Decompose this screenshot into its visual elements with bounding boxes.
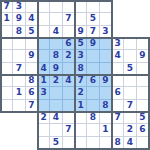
cell-r8c5[interactable]: [50, 87, 62, 99]
cell-r11c5[interactable]: [50, 124, 62, 136]
cell-r7c5-given: 2: [50, 75, 62, 87]
sudoku-board: 7319475854973659398234974985812476916326…: [0, 0, 150, 150]
cell-r4c10-given: 3: [112, 38, 124, 50]
box-line-horizontal: [0, 37, 150, 39]
cell-r11c7[interactable]: [75, 124, 87, 136]
cell-r5c8[interactable]: [87, 50, 99, 62]
cell-r10c10-given: 7: [112, 112, 124, 124]
cell-r11c11-given: 2: [124, 124, 136, 136]
cell-r4c5[interactable]: [50, 38, 62, 50]
empty-corner: [112, 1, 124, 13]
cell-r7c4-given: 1: [38, 75, 50, 87]
cell-r4c11[interactable]: [124, 38, 136, 50]
empty-corner: [112, 13, 124, 25]
cell-r8c8[interactable]: [87, 87, 99, 99]
empty-corner: [137, 1, 149, 13]
empty-corner: [124, 13, 136, 25]
cell-r4c1[interactable]: [1, 38, 13, 50]
cell-r5c11[interactable]: [124, 50, 136, 62]
cell-r11c4[interactable]: [38, 124, 50, 136]
empty-corner: [1, 112, 13, 124]
box-line-horizontal: [0, 111, 150, 113]
cell-r2c5[interactable]: [50, 13, 62, 25]
cell-r5c4[interactable]: [38, 50, 50, 62]
cell-r7c11[interactable]: [124, 75, 136, 87]
cell-r10c8-given: 8: [87, 112, 99, 124]
cell-r10c11[interactable]: [124, 112, 136, 124]
cell-r1c1-given: 7: [1, 1, 13, 13]
box-line-vertical: [0, 0, 2, 113]
cell-r7c10[interactable]: [112, 75, 124, 87]
cell-r2c7[interactable]: [75, 13, 87, 25]
cell-r5c2[interactable]: [13, 50, 25, 62]
empty-corner: [137, 13, 149, 25]
cell-r2c8-given: 5: [87, 13, 99, 25]
cell-r5c10-given: 4: [112, 50, 124, 62]
cell-r8c1[interactable]: [1, 87, 13, 99]
cell-r1c7[interactable]: [75, 1, 87, 13]
cell-r1c4[interactable]: [38, 1, 50, 13]
cell-r8c11[interactable]: [124, 87, 136, 99]
cell-r4c2[interactable]: [13, 38, 25, 50]
empty-corner: [1, 137, 13, 149]
empty-corner: [13, 137, 25, 149]
cell-r4c4[interactable]: [38, 38, 50, 50]
cell-r2c2-given: 9: [13, 13, 25, 25]
cell-r8c4-given: 3: [38, 87, 50, 99]
cell-r10c7[interactable]: [75, 112, 87, 124]
cell-r8c10-given: 6: [112, 87, 124, 99]
cell-r4c7-given: 5: [75, 38, 87, 50]
cell-r10c4-given: 2: [38, 112, 50, 124]
empty-corner: [13, 112, 25, 124]
box-line-horizontal: [0, 74, 150, 76]
cell-r2c1-given: 1: [1, 13, 13, 25]
cell-r1c2-given: 3: [13, 1, 25, 13]
empty-corner: [1, 124, 13, 136]
cell-r4c8-given: 9: [87, 38, 99, 50]
cell-r7c2[interactable]: [13, 75, 25, 87]
empty-corner: [124, 1, 136, 13]
cell-r7c7-given: 7: [75, 75, 87, 87]
cell-r1c8[interactable]: [87, 1, 99, 13]
cell-r7c8-given: 6: [87, 75, 99, 87]
cell-r1c5[interactable]: [50, 1, 62, 13]
cell-r11c8[interactable]: [87, 124, 99, 136]
cell-r2c4[interactable]: [38, 13, 50, 25]
cell-r5c1[interactable]: [1, 50, 13, 62]
cell-r5c5-given: 8: [50, 50, 62, 62]
cell-r5c7-given: 3: [75, 50, 87, 62]
cell-r8c2-given: 1: [13, 87, 25, 99]
box-line-horizontal: [0, 0, 113, 2]
box-line-horizontal: [37, 148, 150, 150]
cell-r7c1[interactable]: [1, 75, 13, 87]
cell-r10c5-given: 4: [50, 112, 62, 124]
cell-r8c7-given: 2: [75, 87, 87, 99]
empty-corner: [13, 124, 25, 136]
cell-r11c10[interactable]: [112, 124, 124, 136]
box-line-vertical: [148, 37, 150, 150]
